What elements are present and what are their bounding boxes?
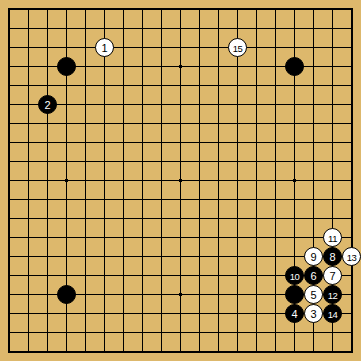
star-point bbox=[179, 65, 182, 68]
move-number: 4 bbox=[291, 309, 297, 320]
stone-white-move-7: 7 bbox=[323, 266, 342, 285]
grid-line-horizontal bbox=[10, 218, 352, 219]
move-number: 6 bbox=[310, 271, 316, 282]
stone-black-move-10: 10 bbox=[285, 266, 304, 285]
move-number: 2 bbox=[44, 100, 50, 111]
grid-line-vertical bbox=[199, 10, 200, 352]
move-number: 1 bbox=[101, 43, 107, 54]
move-number: 7 bbox=[329, 271, 335, 282]
stone-black-move-14: 14 bbox=[323, 304, 342, 323]
star-point bbox=[293, 179, 296, 182]
stone-black-Q16 bbox=[285, 57, 304, 76]
move-number: 11 bbox=[328, 233, 337, 243]
grid-line-horizontal bbox=[10, 332, 352, 333]
stone-black-move-6: 6 bbox=[304, 266, 323, 285]
stone-black-D16 bbox=[57, 57, 76, 76]
move-number: 10 bbox=[290, 271, 300, 281]
star-point bbox=[179, 293, 182, 296]
star-point bbox=[65, 179, 68, 182]
grid-line-horizontal bbox=[10, 256, 352, 257]
move-number: 14 bbox=[328, 309, 338, 319]
stone-white-move-9: 9 bbox=[304, 247, 323, 266]
grid-line-vertical bbox=[218, 10, 219, 352]
stone-black-Q4 bbox=[285, 285, 304, 304]
stone-white-move-3: 3 bbox=[304, 304, 323, 323]
go-board: 123456789101112131415 bbox=[0, 0, 361, 361]
stone-white-move-13: 13 bbox=[342, 247, 361, 266]
move-number: 15 bbox=[233, 43, 243, 53]
stone-black-move-8: 8 bbox=[323, 247, 342, 266]
grid-line-vertical bbox=[275, 10, 276, 352]
stone-black-move-4: 4 bbox=[285, 304, 304, 323]
stone-black-move-12: 12 bbox=[323, 285, 342, 304]
stone-black-D4 bbox=[57, 285, 76, 304]
stone-white-move-11: 11 bbox=[323, 228, 342, 247]
stone-black-move-2: 2 bbox=[38, 95, 57, 114]
move-number: 5 bbox=[310, 290, 316, 301]
move-number: 3 bbox=[310, 309, 316, 320]
grid-line-vertical bbox=[237, 10, 238, 352]
grid-line-horizontal bbox=[10, 199, 352, 200]
stone-white-move-5: 5 bbox=[304, 285, 323, 304]
move-number: 9 bbox=[310, 252, 316, 263]
move-number: 12 bbox=[328, 290, 338, 300]
stone-white-move-15: 15 bbox=[228, 38, 247, 57]
move-number: 13 bbox=[347, 252, 357, 262]
grid-line-vertical bbox=[256, 10, 257, 352]
move-number: 8 bbox=[329, 252, 335, 263]
star-point bbox=[179, 179, 182, 182]
stone-white-move-1: 1 bbox=[95, 38, 114, 57]
grid-line-horizontal bbox=[10, 237, 352, 238]
